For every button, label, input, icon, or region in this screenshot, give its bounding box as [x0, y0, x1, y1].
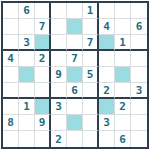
- cell-r6c9[interactable]: 3: [131, 83, 147, 99]
- cell-r8c4[interactable]: [51, 115, 67, 131]
- cell-r7c4[interactable]: 3: [51, 99, 67, 115]
- cell-r4c4[interactable]: [51, 51, 67, 67]
- cell-r5c7[interactable]: [99, 67, 115, 83]
- cell-r4c2[interactable]: [19, 51, 35, 67]
- cell-r1c2[interactable]: 6: [19, 3, 35, 19]
- cell-r1c5[interactable]: [67, 3, 83, 19]
- cell-r8c5[interactable]: [67, 115, 83, 131]
- cell-r8c6[interactable]: [83, 115, 99, 131]
- cell-r7c6[interactable]: [83, 99, 99, 115]
- cell-r9c5[interactable]: [67, 131, 83, 147]
- cell-r1c9[interactable]: [131, 3, 147, 19]
- cell-r5c9[interactable]: [131, 67, 147, 83]
- cell-r9c2[interactable]: [19, 131, 35, 147]
- cell-r6c8[interactable]: [115, 83, 131, 99]
- cell-r6c7[interactable]: 2: [99, 83, 115, 99]
- cell-r2c3[interactable]: 7: [35, 19, 51, 35]
- cell-r8c1[interactable]: 8: [3, 115, 19, 131]
- cell-r4c9[interactable]: [131, 51, 147, 67]
- cell-r6c3[interactable]: [35, 83, 51, 99]
- cell-r9c3[interactable]: [35, 131, 51, 147]
- cell-r4c7[interactable]: [99, 51, 115, 67]
- cell-r1c6[interactable]: 1: [83, 3, 99, 19]
- cell-r6c4[interactable]: [51, 83, 67, 99]
- cell-r6c2[interactable]: [19, 83, 35, 99]
- cell-r1c3[interactable]: [35, 3, 51, 19]
- cell-r3c3[interactable]: [35, 35, 51, 51]
- cell-r1c1[interactable]: [3, 3, 19, 19]
- cell-r8c8[interactable]: [115, 115, 131, 131]
- cell-r3c1[interactable]: [3, 35, 19, 51]
- cell-r2c7[interactable]: 4: [99, 19, 115, 35]
- cell-r3c2[interactable]: 3: [19, 35, 35, 51]
- cell-r7c3[interactable]: [35, 99, 51, 115]
- cell-r5c1[interactable]: [3, 67, 19, 83]
- cell-r1c7[interactable]: [99, 3, 115, 19]
- cell-r2c4[interactable]: [51, 19, 67, 35]
- cell-r6c5[interactable]: 6: [67, 83, 83, 99]
- cell-r3c4[interactable]: [51, 35, 67, 51]
- cell-r3c8[interactable]: 1: [115, 35, 131, 51]
- cell-r8c9[interactable]: [131, 115, 147, 131]
- cell-r8c7[interactable]: 3: [99, 115, 115, 131]
- cell-r4c3[interactable]: 2: [35, 51, 51, 67]
- cell-r8c3[interactable]: 9: [35, 115, 51, 131]
- cell-r1c4[interactable]: [51, 3, 67, 19]
- cell-r5c5[interactable]: [67, 67, 83, 83]
- cell-r9c1[interactable]: [3, 131, 19, 147]
- cell-r2c2[interactable]: [19, 19, 35, 35]
- cell-r7c2[interactable]: 1: [19, 99, 35, 115]
- cell-r9c4[interactable]: 2: [51, 131, 67, 147]
- cell-r3c7[interactable]: [99, 35, 115, 51]
- cell-r7c7[interactable]: [99, 99, 115, 115]
- cell-r8c2[interactable]: [19, 115, 35, 131]
- cell-r9c7[interactable]: [99, 131, 115, 147]
- cell-r6c1[interactable]: [3, 83, 19, 99]
- cell-r3c5[interactable]: [67, 35, 83, 51]
- cell-r5c2[interactable]: [19, 67, 35, 83]
- cell-r5c3[interactable]: [35, 67, 51, 83]
- sudoku-board-wrapper: 617463714279562313289326: [0, 0, 150, 150]
- cell-r5c6[interactable]: 5: [83, 67, 99, 83]
- cell-r4c1[interactable]: 4: [3, 51, 19, 67]
- cell-r3c6[interactable]: 7: [83, 35, 99, 51]
- cell-r2c5[interactable]: [67, 19, 83, 35]
- cell-r9c6[interactable]: [83, 131, 99, 147]
- cell-r7c8[interactable]: 2: [115, 99, 131, 115]
- cell-r7c5[interactable]: [67, 99, 83, 115]
- sudoku-board: 617463714279562313289326: [1, 1, 149, 149]
- cell-r3c9[interactable]: [131, 35, 147, 51]
- cell-r2c9[interactable]: 6: [131, 19, 147, 35]
- cell-r5c8[interactable]: [115, 67, 131, 83]
- cell-r9c8[interactable]: 6: [115, 131, 131, 147]
- cell-r2c1[interactable]: [3, 19, 19, 35]
- cell-r7c1[interactable]: [3, 99, 19, 115]
- cell-r4c8[interactable]: [115, 51, 131, 67]
- cell-r2c8[interactable]: [115, 19, 131, 35]
- cell-r9c9[interactable]: [131, 131, 147, 147]
- cell-r6c6[interactable]: [83, 83, 99, 99]
- cell-r1c8[interactable]: [115, 3, 131, 19]
- cell-r5c4[interactable]: 9: [51, 67, 67, 83]
- cell-r2c6[interactable]: [83, 19, 99, 35]
- cell-r4c5[interactable]: 7: [67, 51, 83, 67]
- cell-r7c9[interactable]: [131, 99, 147, 115]
- cell-r4c6[interactable]: [83, 51, 99, 67]
